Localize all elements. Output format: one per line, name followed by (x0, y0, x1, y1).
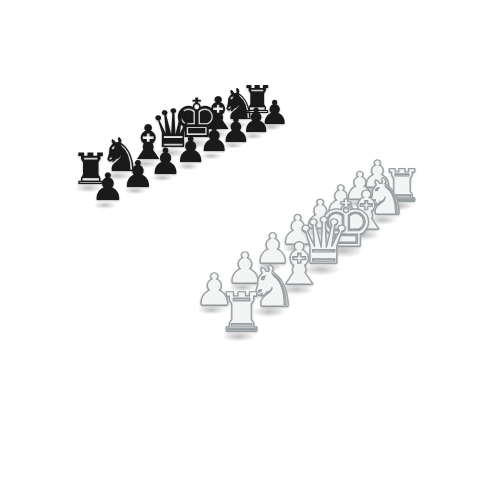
product-photo-stage: ♜♞♝♛♚♝♞♜♟♟♟♟♟♟♟♟♟♟♟♟♟♟♟♟♜♞♝♛♚♝♞♜ (0, 0, 500, 500)
black-pawn[interactable]: ♟ (91, 169, 125, 207)
pieces-layer: ♜♞♝♛♚♝♞♜♟♟♟♟♟♟♟♟♟♟♟♟♟♟♟♟♜♞♝♛♚♝♞♜ (0, 0, 500, 500)
black-pawn[interactable]: ♟ (121, 156, 154, 193)
white-rook[interactable]: ♜ (217, 286, 265, 340)
